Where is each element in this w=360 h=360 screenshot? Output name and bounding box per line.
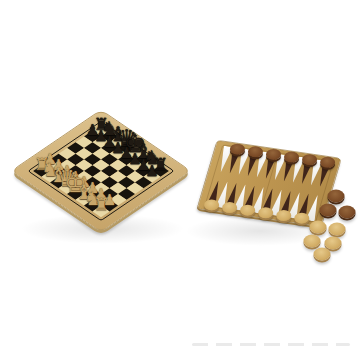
loose-checker-light-2[interactable] [329, 223, 346, 236]
light-checker-disc [204, 199, 219, 210]
light-checker-disc [240, 205, 255, 216]
dark-checker-disc [248, 146, 263, 157]
loose-checker-light-4[interactable] [325, 237, 342, 250]
chess-grid: ♜♞♝♛♚♝♞♜♟♟♟♟♟♟♟♟♟♟♟♟♟♟♟♟♜♞♝♛♚♝♞♜ [33, 125, 169, 217]
light-checker-disc [222, 202, 237, 213]
dark-checker-disc [266, 149, 281, 160]
loose-checker-dark-3[interactable] [339, 206, 356, 219]
backgammon-board [197, 140, 342, 227]
dark-checker-disc [284, 151, 299, 162]
pawn-glyph: ♟ [145, 164, 158, 179]
dark-checker-disc [302, 154, 317, 165]
chess-board: ♜♞♝♛♚♝♞♜♟♟♟♟♟♟♟♟♟♟♟♟♟♟♟♟♜♞♝♛♚♝♞♜ [10, 109, 191, 232]
loose-checker-light-5[interactable] [314, 248, 331, 261]
light-checker-disc [294, 213, 309, 224]
light-checker-disc [258, 207, 273, 218]
light-checker-disc [276, 210, 291, 221]
product-photo-stage: ♜♞♝♛♚♝♞♜♟♟♟♟♟♟♟♟♟♟♟♟♟♟♟♟♜♞♝♛♚♝♞♜ [0, 0, 360, 360]
loose-checker-dark-2[interactable] [320, 204, 337, 217]
loose-checker-light-1[interactable] [310, 221, 327, 234]
rook-glyph: ♜ [93, 196, 108, 213]
loose-checker-light-3[interactable] [304, 235, 321, 248]
chess-square-h1[interactable]: ♜ [93, 206, 110, 218]
dark-checker-disc [320, 157, 335, 168]
watermark-line [192, 343, 350, 346]
dark-checker-disc [229, 144, 244, 155]
loose-checker-dark-1[interactable] [328, 190, 345, 203]
